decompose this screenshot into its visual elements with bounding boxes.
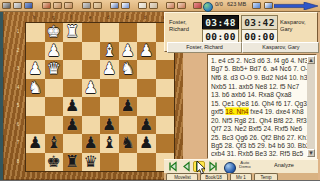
move-list-scrollbar[interactable]: ▲ ▼ — [307, 56, 315, 157]
rank-label-3: 3 — [17, 66, 20, 71]
memory-usage: 623 MB — [227, 1, 246, 7]
square-h3[interactable]: ♟ — [26, 60, 45, 79]
black-pawn: ♟ — [84, 134, 98, 153]
rank-label-5: 5 — [17, 103, 20, 108]
database-icon[interactable] — [24, 2, 33, 9]
square-g3[interactable]: ♛ — [45, 60, 64, 79]
shout-bubble-icon[interactable] — [149, 2, 158, 9]
square-h8[interactable] — [26, 153, 45, 172]
file-label-d: d — [107, 14, 110, 19]
move-line[interactable]: Bg5 28. Qf3 b5 29. b4 b6 30. Bb2 — [211, 141, 312, 149]
takeback-icon[interactable] — [42, 2, 51, 9]
analyze-button[interactable]: Analyze — [274, 162, 294, 168]
file-label-b: b — [144, 14, 147, 19]
board-window-icon[interactable] — [110, 2, 119, 9]
white-knight: ♞ — [28, 79, 42, 98]
square-d7[interactable]: ♝ — [100, 134, 119, 153]
file-label-g: g — [51, 14, 54, 19]
black-player-name: Kasparov,Gary — [280, 19, 306, 32]
white-pawn: ♟ — [84, 79, 98, 98]
white-queen: ♛ — [47, 60, 61, 79]
move-line[interactable]: Qf7 23. Ne2 Bxf5 24. Rxf5 Ne6 — [211, 124, 312, 132]
tab-mv-1[interactable]: Mv 1 — [230, 173, 252, 180]
scroll-up-icon[interactable]: ▲ — [307, 56, 315, 64]
opponent-icon[interactable] — [64, 2, 73, 9]
square-d6[interactable]: ♟ — [100, 116, 119, 135]
file-label-c: c — [126, 14, 128, 19]
clock-panel: Foster,Richard 03:48 00:00 03:42 00:00 K… — [164, 12, 318, 52]
chess-board: ♚♜♟♝♟♟♟♛♟♞♞♟♟♟♟♟♟♟♝♟♝♞♟♚♜♛ — [25, 22, 175, 172]
square-f7[interactable] — [63, 134, 82, 153]
back-button[interactable] — [180, 161, 192, 172]
move-list-panel[interactable]: 1. e4 c5 2. Nc3 d6 3. f4 g6 4. Nf3Bg7 5.… — [207, 54, 317, 159]
square-b1[interactable] — [137, 23, 156, 42]
square-g6[interactable] — [45, 116, 64, 135]
go-to-start-button[interactable] — [167, 161, 179, 172]
rank-label-7: 7 — [17, 140, 20, 145]
square-h5[interactable] — [26, 97, 45, 116]
file-label-e: e — [88, 14, 91, 19]
white-pawn: ♟ — [121, 42, 135, 61]
white-increment: 00:00 — [202, 29, 239, 43]
square-a5[interactable] — [156, 97, 175, 116]
square-b5[interactable] — [137, 97, 156, 116]
white-pawn: ♟ — [102, 60, 116, 79]
move-line[interactable]: cxb4 31. Rxb5 Be3 32. Rf5 Bc5 — [211, 150, 312, 158]
square-g8[interactable]: ♚ — [45, 153, 64, 172]
move-list[interactable]: 1. e4 c5 2. Nc3 d6 3. f4 g6 4. Nf3Bg7 5.… — [211, 57, 312, 158]
mode-label[interactable]: AutoDemo — [239, 161, 251, 169]
navigation-strip: AutoDemo Analyze — [164, 159, 318, 173]
window-left-edge — [0, 11, 3, 181]
square-e8[interactable]: ♛ — [82, 153, 101, 172]
square-b7[interactable]: ♟ — [137, 134, 156, 153]
square-f8[interactable]: ♜ — [63, 153, 82, 172]
square-c2[interactable]: ♟ — [119, 42, 138, 61]
white-king: ♚ — [47, 23, 61, 42]
black-pawn: ♟ — [28, 134, 42, 153]
globe-icon[interactable] — [203, 2, 213, 12]
square-c8[interactable] — [119, 153, 138, 172]
square-h4[interactable]: ♞ — [26, 79, 45, 98]
black-queen: ♛ — [84, 153, 98, 172]
square-g5[interactable] — [45, 97, 64, 116]
notes-icon[interactable] — [93, 2, 102, 9]
square-c7[interactable]: ♞ — [119, 134, 138, 153]
person-icon[interactable] — [193, 2, 202, 9]
chat-bubble-icon[interactable] — [138, 2, 147, 9]
square-d8[interactable] — [100, 153, 119, 172]
square-b8[interactable] — [137, 153, 156, 172]
players-list-icon[interactable] — [166, 2, 175, 9]
move-line[interactable]: Nf6 8. d3 O-O 9. Bd2 Nd4 10. h3 — [211, 74, 312, 82]
move-line[interactable]: 20. Nf5 Rg8 21. Qh4 Bf8 22. Rf3 — [211, 116, 312, 124]
black-pawn: ♟ — [65, 116, 79, 135]
square-d4[interactable] — [100, 79, 119, 98]
black-bishop: ♝ — [47, 134, 61, 153]
toolbar: 0/0 623 MB — [0, 0, 320, 12]
white-pawn: ♟ — [139, 42, 153, 61]
square-c3[interactable]: ♞ — [119, 60, 138, 79]
black-king: ♚ — [47, 153, 61, 172]
white-player-name: Foster,Richard — [169, 19, 189, 32]
magnifier-icon[interactable] — [82, 2, 91, 9]
square-f5[interactable]: ♟ — [63, 97, 82, 116]
black-bishop: ♝ — [102, 134, 116, 153]
square-h6[interactable] — [26, 116, 45, 135]
square-a3[interactable] — [156, 60, 175, 79]
white-knight: ♞ — [121, 60, 135, 79]
black-pawn: ♟ — [121, 97, 135, 116]
move-line[interactable]: 25. Bc3 Qg6 26. Qf2 Bh6 27. Kh1 — [211, 133, 312, 141]
go-to-end-button[interactable] — [206, 161, 218, 172]
square-g1[interactable]: ♚ — [45, 23, 64, 42]
square-g7[interactable]: ♝ — [45, 134, 64, 153]
black-player-tab[interactable]: Kasparov, Gary — [242, 42, 319, 53]
white-clock: 03:48 — [202, 15, 239, 30]
move-line[interactable]: 15. Qe1 Qe8 16. Qh4 f6 17. Qg3 — [211, 99, 312, 107]
mouse-cursor — [196, 161, 206, 175]
square-h1[interactable] — [26, 23, 45, 42]
square-f2[interactable] — [63, 42, 82, 61]
game-counter: 0/0 — [215, 1, 223, 7]
rank-label-6: 6 — [17, 121, 20, 126]
square-c5[interactable]: ♟ — [119, 97, 138, 116]
square-b2[interactable]: ♟ — [137, 42, 156, 61]
rank-label-2: 2 — [17, 47, 20, 52]
file-label-h: h — [33, 14, 36, 19]
square-a7[interactable] — [156, 134, 175, 153]
chess-app-window: 0/0 623 MB ♚♜♟♝♟♟♟♛♟♞♞♟♟♟♟♟♟♟♝♟♝♞♟♚♜♛ hg… — [0, 0, 320, 180]
square-c1[interactable] — [119, 23, 138, 42]
square-f1[interactable]: ♜ — [63, 23, 82, 42]
square-d2[interactable]: ♝ — [100, 42, 119, 61]
layout-window-icon[interactable] — [121, 2, 130, 9]
square-b3[interactable] — [137, 60, 156, 79]
black-pawn: ♟ — [65, 97, 79, 116]
rank-label-8: 8 — [17, 158, 20, 163]
rank-label-1: 1 — [17, 29, 20, 34]
tab-temp[interactable]: Temp — [254, 173, 278, 180]
square-d1[interactable] — [100, 23, 119, 42]
square-h2[interactable] — [26, 42, 45, 61]
square-h7[interactable]: ♟ — [26, 134, 45, 153]
square-f3[interactable] — [63, 60, 82, 79]
move-line[interactable]: gxf5 18. Nh4 fxe4 19. dxe4 Kh8 — [211, 108, 312, 116]
square-e4[interactable]: ♟ — [82, 79, 101, 98]
square-b6[interactable]: ♟ — [137, 116, 156, 135]
grid-layout-icon[interactable] — [264, 2, 273, 9]
black-pawn: ♟ — [139, 134, 153, 153]
black-knight: ♞ — [121, 134, 135, 153]
square-e5[interactable] — [82, 97, 101, 116]
white-pawn: ♟ — [28, 60, 42, 79]
square-d3[interactable]: ♟ — [100, 60, 119, 79]
square-d5[interactable] — [100, 97, 119, 116]
square-f4[interactable] — [63, 79, 82, 98]
square-b4[interactable] — [137, 79, 156, 98]
forward-arrow-icon[interactable] — [274, 2, 318, 10]
square-a4[interactable] — [156, 79, 175, 98]
black-rook: ♜ — [65, 153, 79, 172]
current-move-highlight[interactable]: 18. Nh4 — [225, 108, 248, 116]
square-e2[interactable] — [82, 42, 101, 61]
black-pawn: ♟ — [102, 116, 116, 135]
engine-puzzle-icon[interactable] — [252, 2, 261, 9]
square-e1[interactable] — [82, 23, 101, 42]
square-e7[interactable]: ♟ — [82, 134, 101, 153]
square-g4[interactable] — [45, 79, 64, 98]
white-rook: ♜ — [65, 23, 79, 42]
black-clock: 03:42 — [241, 15, 278, 30]
square-f6[interactable]: ♟ — [63, 116, 82, 135]
square-e3[interactable] — [82, 60, 101, 79]
move-line[interactable]: 13. b6 axb6 14. Rxa8 Qxa8 — [211, 91, 312, 99]
new-board-icon[interactable] — [13, 2, 22, 9]
move-line[interactable]: 1. e4 c5 2. Nc3 d6 3. f4 g6 4. Nf3 — [211, 57, 312, 65]
square-g2[interactable]: ♟ — [45, 42, 64, 61]
white-bishop: ♝ — [102, 42, 116, 61]
square-a6[interactable] — [156, 116, 175, 135]
bottom-tabs: MovelistBook/18Mv 1Temp — [164, 173, 318, 181]
board-setup-icon[interactable] — [2, 2, 11, 9]
player-icon[interactable] — [53, 2, 62, 9]
games-list-icon[interactable] — [177, 2, 186, 9]
white-player-tab[interactable]: Foster, Richard — [167, 42, 242, 53]
move-line[interactable]: Bg7 5. Bb5+ Bd7 6. a4 Nc6 7. O-O — [211, 65, 312, 73]
black-increment: 00:00 — [241, 29, 278, 43]
square-c6[interactable] — [119, 116, 138, 135]
move-line[interactable]: Nxb5 11. axb5 Ne8 12. f5 Nc7 — [211, 82, 312, 90]
scroll-down-icon[interactable]: ▼ — [307, 149, 315, 157]
white-pawn: ♟ — [47, 42, 61, 61]
square-c4[interactable] — [119, 79, 138, 98]
black-pawn: ♟ — [139, 116, 153, 135]
square-e6[interactable] — [82, 116, 101, 135]
rank-label-4: 4 — [17, 84, 20, 89]
tab-movelist[interactable]: Movelist — [166, 173, 198, 180]
